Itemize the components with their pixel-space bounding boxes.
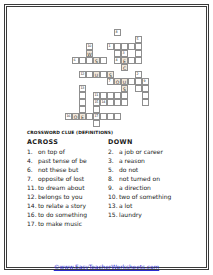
across-clue: 17.to make music [27, 219, 105, 228]
grid-cell[interactable] [100, 113, 107, 120]
grid-cell[interactable]: 16 [65, 113, 72, 120]
grid-cell[interactable] [114, 50, 121, 57]
clue-text: opposite of lost [38, 174, 105, 183]
down-clue: 2.a job or career [108, 147, 188, 156]
clue-number: 15. [108, 210, 119, 219]
cell-clue-number: 12 [80, 72, 84, 76]
hint-letter: S [94, 59, 99, 65]
cell-clue-number: 7 [108, 79, 110, 83]
grid-cell[interactable]: 17 [93, 113, 100, 120]
clue-text: a reason [119, 156, 188, 165]
clue-number: 3. [108, 156, 119, 165]
across-clue: 1.on top of [27, 147, 105, 156]
grid-cell[interactable] [135, 78, 142, 85]
grid-cell[interactable]: 4 [114, 57, 121, 64]
clue-text: belongs to you [38, 192, 105, 201]
clue-number: 13. [108, 201, 119, 210]
down-clue: 3.a reason [108, 156, 188, 165]
grid-cell[interactable] [79, 92, 86, 99]
down-clue: 8.not turned on [108, 174, 188, 183]
grid-cell-hint[interactable]: W [86, 50, 93, 57]
footer: ©www.EasyTeacherWorksheets.com [0, 254, 213, 273]
grid-cell[interactable]: 2 [135, 71, 142, 78]
grid-cell[interactable] [121, 43, 128, 50]
hint-letter: C [122, 66, 127, 72]
clue-number: 9. [108, 183, 119, 192]
clue-number: 8. [108, 174, 119, 183]
grid-cell[interactable]: 1 [107, 43, 114, 50]
grid-cell[interactable] [142, 92, 149, 99]
clue-text: a direction [119, 183, 188, 192]
across-clue: 12.belongs to you [27, 192, 105, 201]
grid-cell[interactable]: 9 [142, 78, 149, 85]
across-clue: 11.to dream about [27, 183, 105, 192]
grid-cell[interactable] [114, 99, 121, 106]
grid-cell[interactable] [114, 92, 121, 99]
clue-number: 16. [27, 210, 38, 219]
cell-clue-number: 15 [94, 100, 98, 104]
grid-cell[interactable] [100, 92, 107, 99]
grid-cell[interactable] [93, 120, 100, 127]
grid-cell[interactable]: 10 [86, 43, 93, 50]
clue-number: 4. [27, 156, 38, 165]
grid-cell[interactable] [135, 43, 142, 50]
clue-text: not these but [38, 165, 105, 174]
cell-clue-number: 13 [80, 86, 84, 90]
grid-cell[interactable] [128, 57, 135, 64]
grid-cell-hint[interactable]: S [107, 71, 114, 78]
clue-number: 10. [108, 192, 119, 201]
across-clue: 6.not these but [27, 165, 105, 174]
grid-cell-hint[interactable]: C [121, 64, 128, 71]
grid-cell[interactable] [86, 57, 93, 64]
grid-cell[interactable] [128, 43, 135, 50]
grid-cell[interactable] [135, 85, 142, 92]
grid-cell[interactable] [107, 99, 114, 106]
grid-cell-hint[interactable]: E [121, 57, 128, 64]
hint-letter: O [115, 80, 120, 86]
clue-text: two of something [119, 192, 188, 201]
grid-cell[interactable] [135, 57, 142, 64]
grid-cell[interactable] [100, 57, 107, 64]
grid-cell[interactable]: 12 [79, 71, 86, 78]
clue-text: to dream about [38, 183, 105, 192]
cell-clue-number: 17 [94, 114, 98, 118]
clue-number: 2. [108, 147, 119, 156]
hint-letter: O [73, 115, 78, 121]
hint-letter: U [94, 73, 99, 79]
down-clue-list: 2.a job or career3.a reason5.do not8.not… [108, 147, 188, 219]
clue-text: a job or career [119, 147, 188, 156]
grid-cell[interactable] [86, 71, 93, 78]
cell-clue-number: 9 [143, 79, 145, 83]
across-clue: 7.opposite of lost [27, 174, 105, 183]
cell-clue-number: 1 [108, 44, 110, 48]
clue-text: on top of [38, 147, 105, 156]
grid-cell[interactable] [86, 113, 93, 120]
grid-cell[interactable]: 15 [93, 99, 100, 106]
clue-number: 5. [108, 165, 119, 174]
grid-cell[interactable] [79, 99, 86, 106]
across-clue: 16.to do something [27, 210, 105, 219]
grid-cell[interactable] [79, 57, 86, 64]
cell-clue-number: 11 [94, 93, 98, 97]
grid-cell-hint[interactable]: O [72, 113, 79, 120]
across-clue: 4.past tense of be [27, 156, 105, 165]
grid-cell[interactable] [79, 106, 86, 113]
clue-number: 17. [27, 219, 38, 228]
clue-number: 12. [27, 192, 38, 201]
clue-number: 7. [27, 174, 38, 183]
grid-cell-hint[interactable]: S [121, 85, 128, 92]
grid-cell-hint[interactable]: U [121, 78, 128, 85]
clue-text: not turned on [119, 174, 188, 183]
cell-clue-number: 5 [136, 37, 138, 41]
grid-cell[interactable] [114, 113, 121, 120]
cell-clue-number: 14 [101, 100, 105, 104]
grid-cell[interactable] [121, 99, 128, 106]
grid-cell[interactable]: 7 [107, 78, 114, 85]
grid-cell[interactable] [135, 50, 142, 57]
clue-number: 14. [27, 201, 38, 210]
grid-cell[interactable] [107, 113, 114, 120]
clue-section-title: CROSSWORD CLUE (DEFINITIONS) [27, 130, 113, 135]
cell-clue-number: 4 [115, 58, 117, 62]
down-clue: 15.laundry [108, 210, 188, 219]
across-clue-list: 1.on top of4.past tense of be6.not these… [27, 147, 105, 228]
grid-cell[interactable] [142, 85, 149, 92]
crossword-grid: 85101W36S4EC12US27OU913S11151416OE17 [65, 29, 149, 127]
clue-text: do not [119, 165, 188, 174]
down-clue: 13.a lot [108, 201, 188, 210]
down-clue: 9.a direction [108, 183, 188, 192]
grid-cell[interactable]: 5 [135, 36, 142, 43]
cell-clue-number: 2 [136, 72, 138, 76]
grid-cell[interactable]: 11 [93, 92, 100, 99]
clue-text: to do something [38, 210, 105, 219]
across-clue: 14.to relate a story [27, 201, 105, 210]
grid-cell[interactable]: 13 [79, 85, 86, 92]
clue-text: laundry [119, 210, 188, 219]
worksheet-page: 85101W36S4EC12US27OU913S11151416OE17 CRO… [0, 0, 213, 275]
grid-cell[interactable] [100, 71, 107, 78]
cell-clue-number: 16 [66, 114, 70, 118]
grid-cell[interactable] [128, 78, 135, 85]
down-clue: 10.two of something [108, 192, 188, 201]
clue-text: to make music [38, 219, 105, 228]
footer-link[interactable]: ©www.EasyTeacherWorksheets.com [54, 264, 160, 270]
clue-text: to relate a story [38, 201, 105, 210]
cell-clue-number: 8 [115, 30, 117, 34]
hint-letter: E [80, 115, 85, 121]
grid-cell-hint[interactable]: O [114, 78, 121, 85]
grid-cell-hint[interactable]: U [93, 71, 100, 78]
grid-cell[interactable]: 8 [114, 29, 121, 36]
down-clue: 5.do not [108, 165, 188, 174]
grid-cell[interactable]: 14 [100, 99, 107, 106]
down-header: DOWN [108, 138, 133, 146]
grid-cell-hint[interactable]: S [93, 57, 100, 64]
cell-clue-number: 6 [73, 58, 75, 62]
grid-cell[interactable] [93, 106, 100, 113]
cell-clue-number: 3 [122, 51, 124, 55]
grid-cell-hint[interactable]: E [79, 113, 86, 120]
grid-cell[interactable] [142, 99, 149, 106]
clue-text: a lot [119, 201, 188, 210]
grid-cell[interactable] [121, 92, 128, 99]
cell-clue-number: 10 [87, 44, 91, 48]
clue-number: 6. [27, 165, 38, 174]
across-header: ACROSS [27, 138, 58, 146]
grid-cell[interactable] [114, 43, 121, 50]
grid-cell[interactable] [107, 92, 114, 99]
grid-cell[interactable]: 6 [72, 57, 79, 64]
clue-number: 11. [27, 183, 38, 192]
clue-number: 1. [27, 147, 38, 156]
clue-text: past tense of be [38, 156, 105, 165]
grid-cell[interactable]: 3 [121, 50, 128, 57]
